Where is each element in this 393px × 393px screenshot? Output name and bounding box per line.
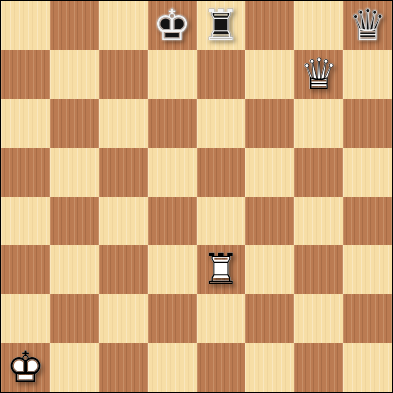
square-a6[interactable] bbox=[1, 99, 50, 148]
square-f4[interactable] bbox=[245, 197, 294, 246]
square-g5[interactable] bbox=[294, 148, 343, 197]
square-h3[interactable] bbox=[343, 245, 392, 294]
square-g7[interactable]: ♛♕ bbox=[294, 50, 343, 99]
square-f5[interactable] bbox=[245, 148, 294, 197]
white-rook-outline-glyph: ♖ bbox=[197, 245, 246, 294]
piece-white-queen[interactable]: ♛♕ bbox=[294, 50, 343, 99]
square-h4[interactable] bbox=[343, 197, 392, 246]
square-a4[interactable] bbox=[1, 197, 50, 246]
square-f2[interactable] bbox=[245, 294, 294, 343]
square-b1[interactable] bbox=[50, 343, 99, 392]
square-f6[interactable] bbox=[245, 99, 294, 148]
piece-white-rook[interactable]: ♜♖ bbox=[197, 245, 246, 294]
square-g3[interactable] bbox=[294, 245, 343, 294]
square-f1[interactable] bbox=[245, 343, 294, 392]
square-g8[interactable] bbox=[294, 1, 343, 50]
square-e1[interactable] bbox=[197, 343, 246, 392]
square-f3[interactable] bbox=[245, 245, 294, 294]
square-e4[interactable] bbox=[197, 197, 246, 246]
square-h7[interactable] bbox=[343, 50, 392, 99]
black-king-outline-glyph: ♔ bbox=[148, 1, 197, 50]
square-c1[interactable] bbox=[99, 343, 148, 392]
square-c6[interactable] bbox=[99, 99, 148, 148]
square-h5[interactable] bbox=[343, 148, 392, 197]
square-h2[interactable] bbox=[343, 294, 392, 343]
square-e6[interactable] bbox=[197, 99, 246, 148]
square-d7[interactable] bbox=[148, 50, 197, 99]
black-queen-outline-glyph: ♕ bbox=[343, 1, 392, 50]
square-d3[interactable] bbox=[148, 245, 197, 294]
square-a7[interactable] bbox=[1, 50, 50, 99]
square-c3[interactable] bbox=[99, 245, 148, 294]
square-h8[interactable]: ♛♕ bbox=[343, 1, 392, 50]
square-c7[interactable] bbox=[99, 50, 148, 99]
square-b6[interactable] bbox=[50, 99, 99, 148]
square-e2[interactable] bbox=[197, 294, 246, 343]
square-g4[interactable] bbox=[294, 197, 343, 246]
square-e3[interactable]: ♜♖ bbox=[197, 245, 246, 294]
square-g1[interactable] bbox=[294, 343, 343, 392]
black-rook-outline-glyph: ♖ bbox=[197, 1, 246, 50]
square-e7[interactable] bbox=[197, 50, 246, 99]
square-b7[interactable] bbox=[50, 50, 99, 99]
square-e5[interactable] bbox=[197, 148, 246, 197]
square-h1[interactable] bbox=[343, 343, 392, 392]
piece-black-king[interactable]: ♚♔ bbox=[148, 1, 197, 50]
square-a2[interactable] bbox=[1, 294, 50, 343]
square-c8[interactable] bbox=[99, 1, 148, 50]
white-queen-outline-glyph: ♕ bbox=[294, 50, 343, 99]
piece-black-queen[interactable]: ♛♕ bbox=[343, 1, 392, 50]
square-c5[interactable] bbox=[99, 148, 148, 197]
square-b4[interactable] bbox=[50, 197, 99, 246]
square-d1[interactable] bbox=[148, 343, 197, 392]
square-c2[interactable] bbox=[99, 294, 148, 343]
square-d4[interactable] bbox=[148, 197, 197, 246]
square-a5[interactable] bbox=[1, 148, 50, 197]
piece-black-rook[interactable]: ♜♖ bbox=[197, 1, 246, 50]
square-c4[interactable] bbox=[99, 197, 148, 246]
square-b2[interactable] bbox=[50, 294, 99, 343]
white-king-outline-glyph: ♔ bbox=[1, 343, 50, 392]
square-d5[interactable] bbox=[148, 148, 197, 197]
square-b3[interactable] bbox=[50, 245, 99, 294]
chess-board: ♚♔♜♖♛♕♛♕♜♖♚♔ bbox=[0, 0, 393, 393]
chess-diagram: ♚♔♜♖♛♕♛♕♜♖♚♔ bbox=[0, 0, 393, 393]
square-a1[interactable]: ♚♔ bbox=[1, 343, 50, 392]
piece-white-king[interactable]: ♚♔ bbox=[1, 343, 50, 392]
square-g6[interactable] bbox=[294, 99, 343, 148]
square-a8[interactable] bbox=[1, 1, 50, 50]
square-d8[interactable]: ♚♔ bbox=[148, 1, 197, 50]
square-a3[interactable] bbox=[1, 245, 50, 294]
square-d6[interactable] bbox=[148, 99, 197, 148]
square-g2[interactable] bbox=[294, 294, 343, 343]
square-b5[interactable] bbox=[50, 148, 99, 197]
square-e8[interactable]: ♜♖ bbox=[197, 1, 246, 50]
square-f7[interactable] bbox=[245, 50, 294, 99]
square-b8[interactable] bbox=[50, 1, 99, 50]
square-h6[interactable] bbox=[343, 99, 392, 148]
square-d2[interactable] bbox=[148, 294, 197, 343]
square-f8[interactable] bbox=[245, 1, 294, 50]
